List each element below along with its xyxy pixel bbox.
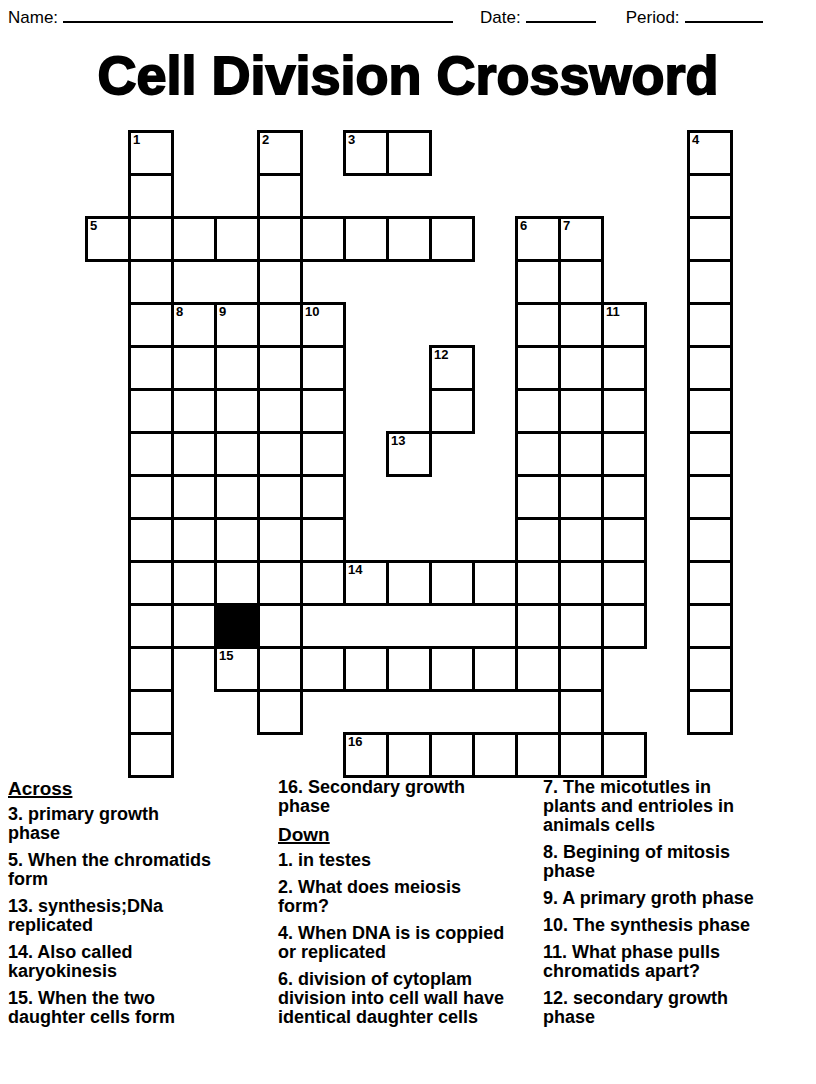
cell-r4c3[interactable]: 9 — [214, 302, 260, 348]
cell-r4c4[interactable] — [257, 302, 303, 348]
clue-number-1: 1 — [133, 133, 140, 147]
date-blank-line[interactable] — [526, 6, 596, 23]
clue-number-5: 5 — [90, 219, 97, 233]
cell-r7c14[interactable] — [687, 431, 733, 477]
cell-r9c1[interactable] — [128, 517, 174, 563]
cell-r11c14[interactable] — [687, 603, 733, 649]
cell-r12c1[interactable] — [128, 646, 174, 692]
cell-r12c8[interactable] — [429, 646, 475, 692]
cell-r8c4[interactable] — [257, 474, 303, 520]
cell-r4c12[interactable]: 11 — [601, 302, 647, 348]
clue-down-9: 9. A primary groth phase — [543, 889, 765, 908]
cell-r12c6[interactable] — [343, 646, 389, 692]
clue-down-1: 1. in testes — [278, 851, 506, 870]
cell-r0c6[interactable]: 3 — [343, 130, 389, 176]
clues-column-right: 7. The micotutles in plants and entriole… — [543, 778, 765, 1035]
cell-r2c11[interactable]: 7 — [558, 216, 604, 262]
cell-r10c11[interactable] — [558, 560, 604, 606]
clue-down-6: 6. division of cytoplam division into ce… — [278, 970, 506, 1027]
cell-r4c11[interactable] — [558, 302, 604, 348]
cell-r6c12[interactable] — [601, 388, 647, 434]
cell-r10c3[interactable] — [214, 560, 260, 606]
cell-r2c1[interactable] — [128, 216, 174, 262]
clue-number-7: 7 — [563, 219, 570, 233]
cell-r14c7[interactable] — [386, 732, 432, 778]
cell-r9c11[interactable] — [558, 517, 604, 563]
cell-r10c6[interactable]: 14 — [343, 560, 389, 606]
page-title: Cell Division Crossword — [0, 46, 816, 104]
clue-number-10: 10 — [305, 305, 319, 319]
cell-r7c4[interactable] — [257, 431, 303, 477]
clue-across-3: 3. primary growth phase — [8, 805, 216, 843]
cell-r6c2[interactable] — [171, 388, 217, 434]
cell-r5c10[interactable] — [515, 345, 561, 391]
clue-across-15: 15. When the two daughter cells form — [8, 989, 216, 1027]
clue-across-14: 14. Also called karyokinesis — [8, 943, 216, 981]
cell-r6c3[interactable] — [214, 388, 260, 434]
cell-r10c9[interactable] — [472, 560, 518, 606]
cell-r6c4[interactable] — [257, 388, 303, 434]
name-blank-line[interactable] — [63, 6, 453, 23]
cell-r11c12[interactable] — [601, 603, 647, 649]
cell-r9c5[interactable] — [300, 517, 346, 563]
header-fields: Name:Date:Period: — [8, 6, 763, 28]
clue-across-13: 13. synthesis;DNa replicated — [8, 897, 216, 935]
cell-r8c1[interactable] — [128, 474, 174, 520]
cell-r8c2[interactable] — [171, 474, 217, 520]
clue-across-5: 5. When the chromatids form — [8, 851, 216, 889]
cell-r6c14[interactable] — [687, 388, 733, 434]
cell-r1c1[interactable] — [128, 173, 174, 219]
cell-r13c11[interactable] — [558, 689, 604, 735]
cell-r3c11[interactable] — [558, 259, 604, 305]
cell-r2c7[interactable] — [386, 216, 432, 262]
cell-r12c5[interactable] — [300, 646, 346, 692]
clue-number-9: 9 — [219, 305, 226, 319]
cell-r10c8[interactable] — [429, 560, 475, 606]
cell-r14c12[interactable] — [601, 732, 647, 778]
clue-down-2: 2. What does meiosis form? — [278, 878, 506, 916]
cell-r12c10[interactable] — [515, 646, 561, 692]
cell-r4c1[interactable] — [128, 302, 174, 348]
cell-r4c2[interactable]: 8 — [171, 302, 217, 348]
cell-r4c14[interactable] — [687, 302, 733, 348]
cell-r14c10[interactable] — [515, 732, 561, 778]
cell-r11c11[interactable] — [558, 603, 604, 649]
cell-r1c14[interactable] — [687, 173, 733, 219]
clue-number-8: 8 — [176, 305, 183, 319]
cell-r8c10[interactable] — [515, 474, 561, 520]
cell-r9c10[interactable] — [515, 517, 561, 563]
cell-r13c14[interactable] — [687, 689, 733, 735]
cell-r7c3[interactable] — [214, 431, 260, 477]
cell-r8c12[interactable] — [601, 474, 647, 520]
cell-r5c5[interactable] — [300, 345, 346, 391]
cell-r2c5[interactable] — [300, 216, 346, 262]
cell-r8c3[interactable] — [214, 474, 260, 520]
cell-r5c8[interactable]: 12 — [429, 345, 475, 391]
cell-r3c1[interactable] — [128, 259, 174, 305]
black-cell-r11c3 — [214, 603, 260, 649]
clue-down-7: 7. The micotutles in plants and entriole… — [543, 778, 765, 835]
cell-r12c4[interactable] — [257, 646, 303, 692]
cell-r11c1[interactable] — [128, 603, 174, 649]
cell-r0c14[interactable]: 4 — [687, 130, 733, 176]
period-blank-line[interactable] — [685, 6, 763, 23]
cell-r13c4[interactable] — [257, 689, 303, 735]
cell-r13c1[interactable] — [128, 689, 174, 735]
cell-r5c14[interactable] — [687, 345, 733, 391]
cell-r14c11[interactable] — [558, 732, 604, 778]
cell-r9c3[interactable] — [214, 517, 260, 563]
down-header: Down — [278, 824, 506, 845]
cell-r6c1[interactable] — [128, 388, 174, 434]
cell-r5c4[interactable] — [257, 345, 303, 391]
cell-r2c14[interactable] — [687, 216, 733, 262]
cell-r7c10[interactable] — [515, 431, 561, 477]
cell-r7c5[interactable] — [300, 431, 346, 477]
cell-r12c9[interactable] — [472, 646, 518, 692]
cell-r0c4[interactable]: 2 — [257, 130, 303, 176]
clue-number-6: 6 — [520, 219, 527, 233]
period-label: Period: — [626, 8, 680, 28]
cell-r2c3[interactable] — [214, 216, 260, 262]
cell-r5c12[interactable] — [601, 345, 647, 391]
clue-number-14: 14 — [348, 563, 362, 577]
cell-r9c4[interactable] — [257, 517, 303, 563]
cell-r6c8[interactable] — [429, 388, 475, 434]
clue-down-12: 12. secondary growth phase — [543, 989, 765, 1027]
cell-r10c2[interactable] — [171, 560, 217, 606]
cell-r4c5[interactable]: 10 — [300, 302, 346, 348]
cell-r7c11[interactable] — [558, 431, 604, 477]
cell-r8c5[interactable] — [300, 474, 346, 520]
cell-r2c2[interactable] — [171, 216, 217, 262]
cell-r0c7[interactable] — [386, 130, 432, 176]
clues-column-left: Across 3. primary growth phase5. When th… — [8, 778, 216, 1035]
clue-number-16: 16 — [348, 735, 362, 749]
cell-r8c11[interactable] — [558, 474, 604, 520]
cell-r5c1[interactable] — [128, 345, 174, 391]
cell-r14c6[interactable]: 16 — [343, 732, 389, 778]
clue-number-11: 11 — [606, 305, 620, 319]
worksheet-page: Name:Date:Period: Cell Division Crosswor… — [0, 0, 816, 1084]
cell-r2c6[interactable] — [343, 216, 389, 262]
cell-r4c10[interactable] — [515, 302, 561, 348]
cell-r6c11[interactable] — [558, 388, 604, 434]
clue-number-13: 13 — [391, 434, 405, 448]
cell-r2c4[interactable] — [257, 216, 303, 262]
clue-across-16: 16. Secondary growth phase — [278, 778, 506, 816]
clue-number-3: 3 — [348, 133, 355, 147]
cell-r3c4[interactable] — [257, 259, 303, 305]
clue-down-10: 10. The synthesis phase — [543, 916, 765, 935]
clue-number-12: 12 — [434, 348, 448, 362]
cell-r10c12[interactable] — [601, 560, 647, 606]
clue-number-4: 4 — [692, 133, 699, 147]
cell-r2c0[interactable]: 5 — [85, 216, 131, 262]
cell-r14c1[interactable] — [128, 732, 174, 778]
cell-r10c10[interactable] — [515, 560, 561, 606]
cell-r8c14[interactable] — [687, 474, 733, 520]
cell-r12c3[interactable]: 15 — [214, 646, 260, 692]
cell-r9c12[interactable] — [601, 517, 647, 563]
cell-r5c2[interactable] — [171, 345, 217, 391]
cell-r11c2[interactable] — [171, 603, 217, 649]
clue-down-11: 11. What phase pulls chromatids apart? — [543, 943, 765, 981]
cell-r11c10[interactable] — [515, 603, 561, 649]
cell-r7c2[interactable] — [171, 431, 217, 477]
cell-r3c10[interactable] — [515, 259, 561, 305]
clue-number-15: 15 — [219, 649, 233, 663]
across-header: Across — [8, 778, 216, 799]
cell-r2c8[interactable] — [429, 216, 475, 262]
cell-r1c4[interactable] — [257, 173, 303, 219]
clues-column-middle: 16. Secondary growth phaseDown1. in test… — [278, 778, 506, 1035]
clue-down-4: 4. When DNA is is coppied or replicated — [278, 924, 506, 962]
cell-r9c2[interactable] — [171, 517, 217, 563]
cell-r5c3[interactable] — [214, 345, 260, 391]
cell-r14c8[interactable] — [429, 732, 475, 778]
cell-r12c11[interactable] — [558, 646, 604, 692]
clue-down-8: 8. Begining of mitosis phase — [543, 843, 765, 881]
cell-r5c11[interactable] — [558, 345, 604, 391]
cell-r10c5[interactable] — [300, 560, 346, 606]
cell-r10c1[interactable] — [128, 560, 174, 606]
clue-number-2: 2 — [262, 133, 269, 147]
cell-r7c12[interactable] — [601, 431, 647, 477]
name-label: Name: — [8, 8, 58, 28]
cell-r2c10[interactable]: 6 — [515, 216, 561, 262]
cell-r3c14[interactable] — [687, 259, 733, 305]
cell-r14c9[interactable] — [472, 732, 518, 778]
cell-r12c7[interactable] — [386, 646, 432, 692]
cell-r10c7[interactable] — [386, 560, 432, 606]
cell-r6c5[interactable] — [300, 388, 346, 434]
cell-r10c14[interactable] — [687, 560, 733, 606]
cell-r10c4[interactable] — [257, 560, 303, 606]
cell-r12c14[interactable] — [687, 646, 733, 692]
date-label: Date: — [480, 8, 521, 28]
cell-r9c14[interactable] — [687, 517, 733, 563]
cell-r11c4[interactable] — [257, 603, 303, 649]
cell-r7c7[interactable]: 13 — [386, 431, 432, 477]
cell-r0c1[interactable]: 1 — [128, 130, 174, 176]
cell-r7c1[interactable] — [128, 431, 174, 477]
cell-r6c10[interactable] — [515, 388, 561, 434]
